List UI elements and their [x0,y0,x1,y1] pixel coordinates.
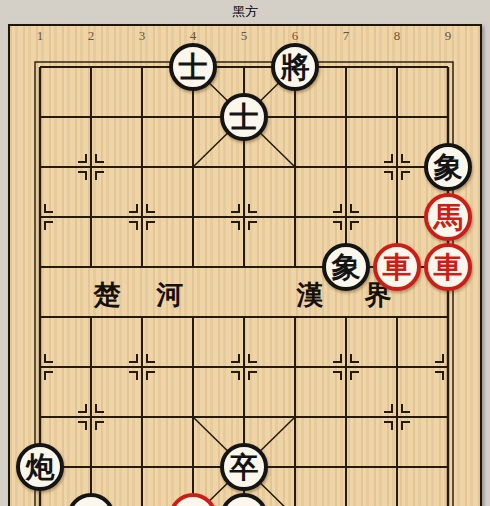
piece-red-chariot[interactable]: 車 [373,243,421,291]
piece-black-general[interactable]: 將 [271,43,319,91]
partial-piece-black[interactable] [67,493,115,506]
piece-black-advisor[interactable]: 士 [220,93,268,141]
piece-red-horse[interactable]: 馬 [424,193,472,241]
piece-black-soldier[interactable]: 卒 [220,443,268,491]
page-title: 黑方 [0,3,490,21]
piece-black-cannon[interactable]: 炮 [16,443,64,491]
piece-black-elephant[interactable]: 象 [322,243,370,291]
xiangqi-app: { "game": "xiangqi", "title": "黑方", "boa… [0,0,490,506]
pieces-layer: 士將士象馬象車車炮卒 [15,42,474,506]
partial-piece-red[interactable] [169,493,217,506]
piece-black-advisor[interactable]: 士 [169,43,217,91]
piece-red-chariot[interactable]: 車 [424,243,472,291]
partial-piece-black[interactable] [220,493,268,506]
xiangqi-board[interactable]: 123456789 楚河漢界 士將士象馬象車車炮卒 [8,24,482,506]
piece-black-elephant[interactable]: 象 [424,143,472,191]
